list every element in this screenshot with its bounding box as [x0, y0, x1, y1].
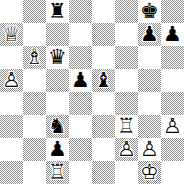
square-b3[interactable]	[23, 115, 46, 138]
piece-black-knight-icon: ♞	[46, 115, 69, 138]
square-b1[interactable]	[23, 161, 46, 184]
square-c5[interactable]	[46, 69, 69, 92]
square-e6[interactable]	[92, 46, 115, 69]
piece-white-pawn-outline-icon: ♙	[138, 138, 161, 161]
piece-white-pawn-outline-icon: ♙	[115, 138, 138, 161]
square-g3[interactable]	[138, 115, 161, 138]
piece-white-pawn-outline-icon: ♙	[161, 115, 184, 138]
square-f8[interactable]	[115, 0, 138, 23]
piece-white-pawn-icon: ♟	[0, 69, 23, 92]
chess-board: ♜♚♛♕♟♟♝♗♛♟♙♟♝♞♜♖♟♙♟♟♙♟♙♜♖♚♔	[0, 0, 184, 184]
piece-white-bishop-outline-icon: ♗	[23, 46, 46, 69]
piece-white-rook-icon: ♜	[46, 161, 69, 184]
piece-black-pawn-icon: ♟	[138, 23, 161, 46]
square-f3[interactable]: ♜♖	[115, 115, 138, 138]
piece-black-pawn-icon: ♟	[69, 69, 92, 92]
square-h2[interactable]	[161, 138, 184, 161]
square-d2[interactable]	[69, 138, 92, 161]
square-f2[interactable]: ♟♙	[115, 138, 138, 161]
piece-black-king-icon: ♚	[138, 0, 161, 23]
square-c8[interactable]: ♜	[46, 0, 69, 23]
square-g5[interactable]	[138, 69, 161, 92]
square-d7[interactable]	[69, 23, 92, 46]
square-g4[interactable]	[138, 92, 161, 115]
square-c6[interactable]: ♛	[46, 46, 69, 69]
piece-white-bishop-icon: ♝	[23, 46, 46, 69]
square-d6[interactable]	[69, 46, 92, 69]
piece-white-rook-outline-icon: ♖	[115, 115, 138, 138]
square-a6[interactable]	[0, 46, 23, 69]
piece-black-rook-icon: ♜	[46, 0, 69, 23]
piece-white-rook-outline-icon: ♖	[46, 161, 69, 184]
square-a7[interactable]: ♛♕	[0, 23, 23, 46]
square-d1[interactable]	[69, 161, 92, 184]
square-g8[interactable]: ♚	[138, 0, 161, 23]
square-b2[interactable]	[23, 138, 46, 161]
piece-white-king-icon: ♚	[138, 161, 161, 184]
piece-white-queen-icon: ♛	[0, 23, 23, 46]
square-f1[interactable]	[115, 161, 138, 184]
piece-black-queen-icon: ♛	[46, 46, 69, 69]
square-e1[interactable]	[92, 161, 115, 184]
square-h1[interactable]	[161, 161, 184, 184]
square-e4[interactable]	[92, 92, 115, 115]
piece-white-king-outline-icon: ♔	[138, 161, 161, 184]
square-h6[interactable]	[161, 46, 184, 69]
square-g7[interactable]: ♟	[138, 23, 161, 46]
square-g6[interactable]	[138, 46, 161, 69]
square-f6[interactable]	[115, 46, 138, 69]
square-a3[interactable]	[0, 115, 23, 138]
square-a2[interactable]	[0, 138, 23, 161]
square-h8[interactable]	[161, 0, 184, 23]
square-a5[interactable]: ♟♙	[0, 69, 23, 92]
square-c3[interactable]: ♞	[46, 115, 69, 138]
piece-white-pawn-outline-icon: ♙	[0, 69, 23, 92]
piece-white-pawn-icon: ♟	[161, 115, 184, 138]
square-e3[interactable]	[92, 115, 115, 138]
piece-black-pawn-icon: ♟	[46, 138, 69, 161]
square-c1[interactable]: ♜♖	[46, 161, 69, 184]
square-d3[interactable]	[69, 115, 92, 138]
square-c7[interactable]	[46, 23, 69, 46]
square-h4[interactable]	[161, 92, 184, 115]
square-h3[interactable]: ♟♙	[161, 115, 184, 138]
square-f5[interactable]	[115, 69, 138, 92]
square-b5[interactable]	[23, 69, 46, 92]
square-e8[interactable]	[92, 0, 115, 23]
square-f7[interactable]	[115, 23, 138, 46]
piece-white-pawn-icon: ♟	[138, 138, 161, 161]
square-a4[interactable]	[0, 92, 23, 115]
square-c4[interactable]	[46, 92, 69, 115]
square-h7[interactable]: ♟	[161, 23, 184, 46]
square-b8[interactable]	[23, 0, 46, 23]
square-c2[interactable]: ♟	[46, 138, 69, 161]
square-d5[interactable]: ♟	[69, 69, 92, 92]
square-e5[interactable]: ♝	[92, 69, 115, 92]
square-e7[interactable]	[92, 23, 115, 46]
square-b4[interactable]	[23, 92, 46, 115]
piece-white-queen-outline-icon: ♕	[0, 23, 23, 46]
piece-black-pawn-icon: ♟	[161, 23, 184, 46]
square-a8[interactable]	[0, 0, 23, 23]
square-d4[interactable]	[69, 92, 92, 115]
piece-white-pawn-icon: ♟	[115, 138, 138, 161]
square-a1[interactable]	[0, 161, 23, 184]
piece-black-bishop-icon: ♝	[92, 69, 115, 92]
square-g2[interactable]: ♟♙	[138, 138, 161, 161]
square-f4[interactable]	[115, 92, 138, 115]
square-b6[interactable]: ♝♗	[23, 46, 46, 69]
square-b7[interactable]	[23, 23, 46, 46]
square-d8[interactable]	[69, 0, 92, 23]
square-e2[interactable]	[92, 138, 115, 161]
square-h5[interactable]	[161, 69, 184, 92]
square-g1[interactable]: ♚♔	[138, 161, 161, 184]
piece-white-rook-icon: ♜	[115, 115, 138, 138]
